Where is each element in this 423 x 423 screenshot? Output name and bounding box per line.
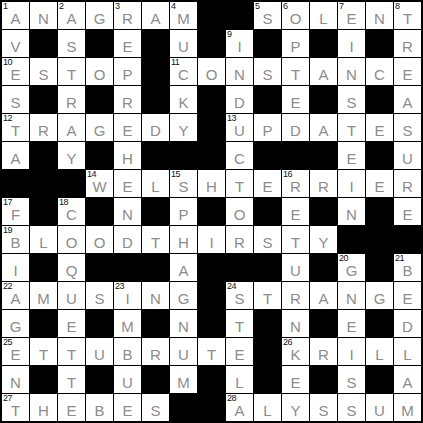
cell-letter: N	[114, 207, 141, 222]
cell-r9c15	[394, 226, 421, 253]
cell-r2c13[interactable]: I	[338, 30, 365, 57]
cell-r4c15[interactable]: A	[394, 86, 421, 113]
cell-r15c3[interactable]: E	[58, 394, 85, 421]
cell-r11c11[interactable]: R	[282, 282, 309, 309]
cell-r3c8[interactable]: O	[198, 58, 225, 85]
cell-letter: P	[170, 207, 197, 222]
cell-r5c7[interactable]: Y	[170, 114, 197, 141]
cell-r7c8[interactable]: H	[198, 170, 225, 197]
cell-letter: L	[254, 403, 281, 418]
cell-letter: T	[282, 67, 309, 82]
cell-r2c9[interactable]: 9I	[226, 30, 253, 57]
cell-r13c2[interactable]: T	[30, 338, 57, 365]
cell-r11c5[interactable]: 23I	[114, 282, 141, 309]
cell-r1c1[interactable]: 1A	[2, 2, 29, 29]
cell-r12c9[interactable]: T	[226, 310, 253, 337]
cell-r15c2[interactable]: H	[30, 394, 57, 421]
cell-letter: S	[394, 123, 421, 138]
cell-r11c9[interactable]: 24S	[226, 282, 253, 309]
cell-r2c3[interactable]: S	[58, 30, 85, 57]
cell-r9c11[interactable]: T	[282, 226, 309, 253]
cell-letter: A	[310, 291, 337, 306]
cell-letter: R	[226, 235, 253, 250]
cell-letter: R	[142, 347, 169, 362]
cell-letter: N	[338, 67, 365, 82]
cell-r15c8	[198, 394, 225, 421]
cell-letter: T	[58, 67, 85, 82]
cell-r15c15[interactable]: M	[394, 394, 421, 421]
cell-r10c11[interactable]: U	[282, 254, 309, 281]
cell-r2c15[interactable]: R	[394, 30, 421, 57]
cell-r14c7[interactable]: M	[170, 366, 197, 393]
cell-letter: S	[58, 39, 85, 54]
cell-r3c2[interactable]: S	[30, 58, 57, 85]
cell-r4c9[interactable]: D	[226, 86, 253, 113]
cell-r13c10	[254, 338, 281, 365]
cell-r8c2	[30, 198, 57, 225]
cell-letter: R	[282, 179, 309, 194]
cell-r7c2	[30, 170, 57, 197]
cell-r11c15[interactable]: E	[394, 282, 421, 309]
cell-r9c1[interactable]: 19B	[2, 226, 29, 253]
cell-letter: E	[394, 67, 421, 82]
cell-letter: T	[58, 375, 85, 390]
cell-r3c11[interactable]: T	[282, 58, 309, 85]
cell-r8c6	[142, 198, 169, 225]
cell-letter: A	[58, 11, 85, 26]
cell-r10c14	[366, 254, 393, 281]
cell-r15c1[interactable]: 27T	[2, 394, 29, 421]
cell-r3c9[interactable]: N	[226, 58, 253, 85]
cell-r11c8	[198, 282, 225, 309]
cell-r9c2[interactable]: L	[30, 226, 57, 253]
cell-r5c3[interactable]: A	[58, 114, 85, 141]
cell-r15c9[interactable]: 28A	[226, 394, 253, 421]
cell-r2c7[interactable]: U	[170, 30, 197, 57]
cell-r10c4	[86, 254, 113, 281]
cell-letter: R	[30, 123, 57, 138]
cell-r1c2[interactable]: N	[30, 2, 57, 29]
cell-letter: E	[254, 179, 281, 194]
cell-letter: A	[170, 263, 197, 278]
cell-letter: E	[114, 403, 141, 418]
cell-r6c2	[30, 142, 57, 169]
cell-r14c15[interactable]: A	[394, 366, 421, 393]
cell-r13c11[interactable]: 26K	[282, 338, 309, 365]
cell-r4c7[interactable]: K	[170, 86, 197, 113]
cell-r12c15[interactable]: D	[394, 310, 421, 337]
cell-r4c2	[30, 86, 57, 113]
cell-r8c14	[366, 198, 393, 225]
cell-r4c11[interactable]: E	[282, 86, 309, 113]
cell-r1c12[interactable]: L	[310, 2, 337, 29]
cell-r13c8[interactable]: T	[198, 338, 225, 365]
cell-r11c2[interactable]: M	[30, 282, 57, 309]
cell-r6c5[interactable]: H	[114, 142, 141, 169]
cell-r6c3[interactable]: Y	[58, 142, 85, 169]
cell-r2c10	[254, 30, 281, 57]
cell-r5c5[interactable]: E	[114, 114, 141, 141]
cell-r6c1[interactable]: A	[2, 142, 29, 169]
cell-r1c3[interactable]: 2A	[58, 2, 85, 29]
cell-r13c14[interactable]: L	[366, 338, 393, 365]
cell-letter: G	[170, 291, 197, 306]
cell-letter: Y	[310, 235, 337, 250]
cell-letter: S	[170, 179, 197, 194]
cell-r9c7[interactable]: H	[170, 226, 197, 253]
cell-r15c4[interactable]: B	[86, 394, 113, 421]
cell-letter: R	[58, 95, 85, 110]
cell-r4c3[interactable]: R	[58, 86, 85, 113]
cell-r15c5[interactable]: E	[114, 394, 141, 421]
cell-r6c13[interactable]: E	[338, 142, 365, 169]
cell-r12c2	[30, 310, 57, 337]
cell-r7c6[interactable]: L	[142, 170, 169, 197]
cell-letter: N	[226, 67, 253, 82]
cell-r1c7[interactable]: 4M	[170, 2, 197, 29]
cell-letter: A	[394, 375, 421, 390]
cell-r1c14[interactable]: N	[366, 2, 393, 29]
cell-r8c3[interactable]: 18C	[58, 198, 85, 225]
cell-r5c14[interactable]: E	[366, 114, 393, 141]
cell-r13c13[interactable]: I	[338, 338, 365, 365]
cell-r1c15[interactable]: 8T	[394, 2, 421, 29]
cell-letter: G	[2, 319, 29, 334]
cell-letter: R	[394, 179, 421, 194]
cell-r12c8	[198, 310, 225, 337]
cell-r3c4[interactable]: O	[86, 58, 113, 85]
cell-letter: E	[338, 151, 365, 166]
cell-r5c8	[198, 114, 225, 141]
cell-letter: T	[254, 291, 281, 306]
cell-r2c14	[366, 30, 393, 57]
cell-letter: E	[226, 347, 253, 362]
cell-letter: H	[114, 151, 141, 166]
cell-r8c4	[86, 198, 113, 225]
cell-r5c10[interactable]: P	[254, 114, 281, 141]
cell-r15c6[interactable]: S	[142, 394, 169, 421]
cell-letter: S	[2, 95, 29, 110]
cell-r7c5[interactable]: E	[114, 170, 141, 197]
cell-r12c5[interactable]: M	[114, 310, 141, 337]
cell-r14c11[interactable]: E	[282, 366, 309, 393]
cell-letter: E	[338, 11, 365, 26]
cell-r9c12[interactable]: Y	[310, 226, 337, 253]
cell-r5c2[interactable]: R	[30, 114, 57, 141]
cell-letter: E	[58, 319, 85, 334]
cell-r9c13	[338, 226, 365, 253]
cell-r10c2	[30, 254, 57, 281]
cell-letter: P	[254, 123, 281, 138]
cell-r10c15[interactable]: 21B	[394, 254, 421, 281]
cell-r4c10	[254, 86, 281, 113]
cell-r9c14	[366, 226, 393, 253]
cell-letter: W	[86, 179, 113, 194]
cell-letter: A	[2, 11, 29, 26]
cell-letter: E	[114, 179, 141, 194]
cell-r7c4[interactable]: 14W	[86, 170, 113, 197]
cell-letter: O	[282, 11, 309, 26]
cell-r11c14[interactable]: G	[366, 282, 393, 309]
cell-r1c6[interactable]: A	[142, 2, 169, 29]
cell-letter: U	[282, 263, 309, 278]
cell-r7c15[interactable]: R	[394, 170, 421, 197]
cell-letter: R	[114, 11, 141, 26]
cell-letter: D	[282, 123, 309, 138]
cell-letter: T	[58, 347, 85, 362]
cell-r4c13[interactable]: S	[338, 86, 365, 113]
cell-letter: N	[338, 207, 365, 222]
cell-r8c7[interactable]: P	[170, 198, 197, 225]
cell-r13c4[interactable]: U	[86, 338, 113, 365]
cell-r7c10[interactable]: E	[254, 170, 281, 197]
cell-r7c13[interactable]: I	[338, 170, 365, 197]
cell-letter: O	[198, 67, 225, 82]
cell-r3c15[interactable]: E	[394, 58, 421, 85]
cell-r8c13[interactable]: N	[338, 198, 365, 225]
cell-letter: M	[114, 319, 141, 334]
cell-letter: G	[86, 123, 113, 138]
cell-r4c1[interactable]: S	[2, 86, 29, 113]
cell-r9c6[interactable]: T	[142, 226, 169, 253]
cell-letter: T	[2, 123, 29, 138]
cell-r15c13[interactable]: S	[338, 394, 365, 421]
cell-r11c10[interactable]: T	[254, 282, 281, 309]
cell-r14c8	[198, 366, 225, 393]
cell-r11c12[interactable]: A	[310, 282, 337, 309]
cell-r12c11[interactable]: N	[282, 310, 309, 337]
cell-letter: C	[366, 67, 393, 82]
cell-r5c12[interactable]: A	[310, 114, 337, 141]
cell-r14c1[interactable]: N	[2, 366, 29, 393]
cell-letter: O	[226, 207, 253, 222]
cell-r9c8[interactable]: I	[198, 226, 225, 253]
cell-r12c14	[366, 310, 393, 337]
cell-r12c1[interactable]: G	[2, 310, 29, 337]
cell-letter: Q	[58, 263, 85, 278]
cell-letter: A	[142, 11, 169, 26]
cell-letter: Y	[170, 123, 197, 138]
cell-letter: E	[114, 39, 141, 54]
cell-r5c11[interactable]: D	[282, 114, 309, 141]
cell-r4c5[interactable]: R	[114, 86, 141, 113]
cell-r11c3[interactable]: U	[58, 282, 85, 309]
cell-letter: T	[198, 347, 225, 362]
cell-letter: S	[86, 291, 113, 306]
cell-r10c6	[142, 254, 169, 281]
cell-letter: M	[30, 291, 57, 306]
cell-letter: T	[282, 235, 309, 250]
cell-r7c12[interactable]: R	[310, 170, 337, 197]
cell-r7c9[interactable]: T	[226, 170, 253, 197]
cell-letter: E	[114, 123, 141, 138]
cell-r12c13[interactable]: E	[338, 310, 365, 337]
cell-r1c4[interactable]: G	[86, 2, 113, 29]
cell-letter: N	[282, 319, 309, 334]
cell-letter: O	[58, 235, 85, 250]
cell-r7c7[interactable]: 15S	[170, 170, 197, 197]
cell-r14c5[interactable]: U	[114, 366, 141, 393]
cell-r2c11[interactable]: P	[282, 30, 309, 57]
cell-r1c13[interactable]: 7E	[338, 2, 365, 29]
cell-r10c10	[254, 254, 281, 281]
cell-r10c3[interactable]: Q	[58, 254, 85, 281]
cell-r5c4[interactable]: G	[86, 114, 113, 141]
cell-r5c9[interactable]: 13U	[226, 114, 253, 141]
cell-r14c13[interactable]: S	[338, 366, 365, 393]
cell-letter: C	[226, 151, 253, 166]
cell-r14c3[interactable]: T	[58, 366, 85, 393]
cell-letter: N	[338, 291, 365, 306]
cell-r7c11[interactable]: 16R	[282, 170, 309, 197]
cell-letter: N	[170, 319, 197, 334]
cell-r5c13[interactable]: T	[338, 114, 365, 141]
cell-r3c14[interactable]: C	[366, 58, 393, 85]
cell-r1c11[interactable]: 6O	[282, 2, 309, 29]
cell-letter: E	[282, 207, 309, 222]
cell-letter: B	[394, 263, 421, 278]
cell-letter: I	[114, 291, 141, 306]
cell-letter: H	[170, 235, 197, 250]
cell-r14c9[interactable]: L	[226, 366, 253, 393]
cell-r2c5[interactable]: E	[114, 30, 141, 57]
cell-letter: L	[310, 11, 337, 26]
cell-r15c10[interactable]: L	[254, 394, 281, 421]
cell-letter: R	[114, 95, 141, 110]
cell-r6c7	[170, 142, 197, 169]
cell-letter: N	[2, 375, 29, 390]
cell-letter: E	[366, 123, 393, 138]
cell-r7c14[interactable]: E	[366, 170, 393, 197]
cell-letter: M	[170, 375, 197, 390]
cell-letter: Y	[58, 151, 85, 166]
cell-r9c3[interactable]: O	[58, 226, 85, 253]
cell-letter: G	[366, 291, 393, 306]
cell-r9c5[interactable]: D	[114, 226, 141, 253]
cell-letter: T	[30, 347, 57, 362]
cell-r13c12[interactable]: R	[310, 338, 337, 365]
cell-r4c14	[366, 86, 393, 113]
cell-r11c1[interactable]: 22A	[2, 282, 29, 309]
cell-letter: T	[226, 179, 253, 194]
cell-r8c11[interactable]: E	[282, 198, 309, 225]
cell-r4c8	[198, 86, 225, 113]
cell-r9c9[interactable]: R	[226, 226, 253, 253]
cell-letter: A	[2, 291, 29, 306]
cell-r13c7[interactable]: U	[170, 338, 197, 365]
cell-letter: M	[170, 11, 197, 26]
cell-letter: S	[254, 235, 281, 250]
cell-r15c12[interactable]: S	[310, 394, 337, 421]
cell-letter: E	[394, 207, 421, 222]
cell-r10c8	[198, 254, 225, 281]
cell-r8c9[interactable]: O	[226, 198, 253, 225]
cell-letter: E	[366, 179, 393, 194]
cell-r13c9[interactable]: E	[226, 338, 253, 365]
cell-letter: D	[226, 95, 253, 110]
cell-r1c10[interactable]: 5S	[254, 2, 281, 29]
cell-letter: S	[338, 375, 365, 390]
cell-r2c1[interactable]: V	[2, 30, 29, 57]
cell-letter: U	[114, 375, 141, 390]
cell-r4c12	[310, 86, 337, 113]
cell-r13c15[interactable]: L	[394, 338, 421, 365]
cell-letter: S	[254, 67, 281, 82]
cell-letter: U	[394, 151, 421, 166]
cell-r11c7[interactable]: G	[170, 282, 197, 309]
cell-r3c13[interactable]: N	[338, 58, 365, 85]
cell-r1c5[interactable]: 3R	[114, 2, 141, 29]
cell-r10c7[interactable]: A	[170, 254, 197, 281]
cell-r12c7[interactable]: N	[170, 310, 197, 337]
cell-letter: U	[366, 403, 393, 418]
cell-r8c1[interactable]: 17F	[2, 198, 29, 225]
cell-r14c4	[86, 366, 113, 393]
cell-r13c6[interactable]: R	[142, 338, 169, 365]
cell-letter: L	[142, 179, 169, 194]
cell-r8c8	[198, 198, 225, 225]
cell-letter: E	[282, 375, 309, 390]
cell-r4c6	[142, 86, 169, 113]
cell-r5c6[interactable]: D	[142, 114, 169, 141]
cell-r3c12[interactable]: A	[310, 58, 337, 85]
cell-r15c14[interactable]: U	[366, 394, 393, 421]
cell-r15c11[interactable]: Y	[282, 394, 309, 421]
cell-letter: T	[226, 319, 253, 334]
cell-r10c13[interactable]: 20G	[338, 254, 365, 281]
cell-letter: I	[2, 263, 29, 278]
cell-letter: R	[394, 39, 421, 54]
cell-r12c3[interactable]: E	[58, 310, 85, 337]
cell-letter: F	[2, 207, 29, 222]
cell-r11c13[interactable]: N	[338, 282, 365, 309]
cell-letter: T	[2, 403, 29, 418]
cell-letter: L	[226, 375, 253, 390]
cell-r13c5[interactable]: B	[114, 338, 141, 365]
cell-r14c6	[142, 366, 169, 393]
cell-letter: S	[30, 67, 57, 82]
cell-r5c15[interactable]: S	[394, 114, 421, 141]
cell-letter: T	[338, 123, 365, 138]
cell-r10c1[interactable]: I	[2, 254, 29, 281]
cell-letter: D	[114, 235, 141, 250]
cell-r9c10[interactable]: S	[254, 226, 281, 253]
cell-r3c3[interactable]: T	[58, 58, 85, 85]
cell-r6c9[interactable]: C	[226, 142, 253, 169]
cell-r6c12	[310, 142, 337, 169]
cell-r3c1[interactable]: 10E	[2, 58, 29, 85]
cell-r13c1[interactable]: 25E	[2, 338, 29, 365]
cell-r6c15[interactable]: U	[394, 142, 421, 169]
cell-r6c8	[198, 142, 225, 169]
cell-r3c5[interactable]: P	[114, 58, 141, 85]
cell-r13c3[interactable]: T	[58, 338, 85, 365]
cell-r5c1[interactable]: 12T	[2, 114, 29, 141]
cell-letter: I	[338, 179, 365, 194]
cell-letter: R	[282, 291, 309, 306]
cell-r7c1	[2, 170, 29, 197]
cell-r8c12	[310, 198, 337, 225]
cell-r3c10[interactable]: S	[254, 58, 281, 85]
cell-r3c7[interactable]: 11C	[170, 58, 197, 85]
cell-r8c15[interactable]: E	[394, 198, 421, 225]
cell-r11c6[interactable]: N	[142, 282, 169, 309]
cell-r9c4[interactable]: O	[86, 226, 113, 253]
cell-r7c3	[58, 170, 85, 197]
cell-letter: B	[114, 347, 141, 362]
cell-r11c4[interactable]: S	[86, 282, 113, 309]
cell-r8c5[interactable]: N	[114, 198, 141, 225]
